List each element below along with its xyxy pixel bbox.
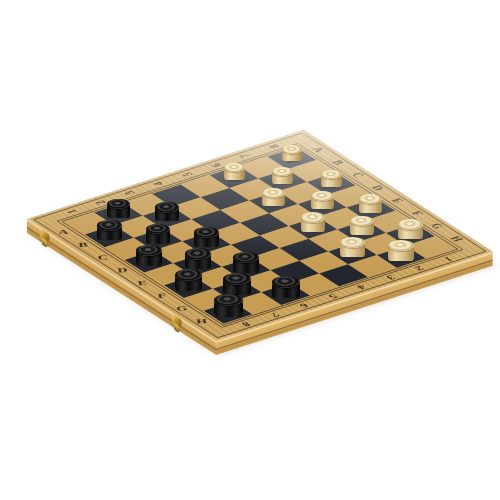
piece-top (262, 188, 285, 198)
coord-west-C: C (90, 253, 115, 262)
checker-black-H3[interactable] (272, 276, 300, 298)
checker-white-H7[interactable] (388, 240, 414, 261)
checkers-product-photo: A1A8B2B7C3C6D4D5E5E4F6F3G7G2H8H1 (0, 0, 500, 500)
coord-west-B: B (70, 240, 95, 249)
hinge-knuckle (174, 322, 180, 333)
checker-black-D1[interactable] (136, 245, 162, 266)
checker-white-C6[interactable] (262, 188, 285, 206)
hinge-knuckle (42, 237, 48, 248)
checker-white-B7[interactable] (272, 167, 293, 184)
coord-west-D: D (110, 266, 135, 275)
piece-top (185, 248, 211, 259)
checker-white-A6[interactable] (224, 163, 245, 180)
piece-top (272, 276, 300, 288)
checker-black-F3[interactable] (233, 252, 259, 273)
checker-white-E8[interactable] (359, 194, 382, 212)
piece-top (223, 273, 251, 285)
piece-top (311, 191, 334, 201)
checker-white-F7[interactable] (350, 216, 374, 235)
piece-top (340, 237, 366, 248)
piece-top (301, 212, 325, 222)
checker-black-A2[interactable] (107, 199, 130, 218)
piece-top (97, 220, 122, 231)
checker-black-D3[interactable] (194, 227, 219, 247)
checker-white-A8[interactable] (282, 145, 302, 161)
checker-white-C8[interactable] (321, 170, 343, 187)
piece-top (398, 219, 422, 230)
checker-white-E6[interactable] (301, 212, 325, 231)
checker-black-B3[interactable] (155, 202, 178, 221)
coord-west-A: A (51, 228, 76, 237)
checker-black-C2[interactable] (146, 224, 171, 244)
checker-black-E2[interactable] (185, 248, 211, 269)
piece-top (233, 252, 259, 263)
checker-white-G6[interactable] (340, 237, 366, 257)
checker-black-B1[interactable] (97, 220, 122, 240)
checker-white-G8[interactable] (398, 219, 422, 239)
checker-white-D7[interactable] (311, 191, 334, 209)
coord-west-E: E (130, 279, 155, 288)
piece-top (155, 202, 178, 212)
checker-black-G2[interactable] (223, 273, 251, 295)
piece-top (350, 216, 374, 226)
piece-top (282, 145, 302, 154)
piece-top (272, 167, 293, 176)
piece-top (194, 227, 219, 238)
checker-black-F1[interactable] (175, 269, 203, 291)
coord-west-G: G (169, 304, 194, 313)
checker-black-H1[interactable] (214, 294, 243, 317)
